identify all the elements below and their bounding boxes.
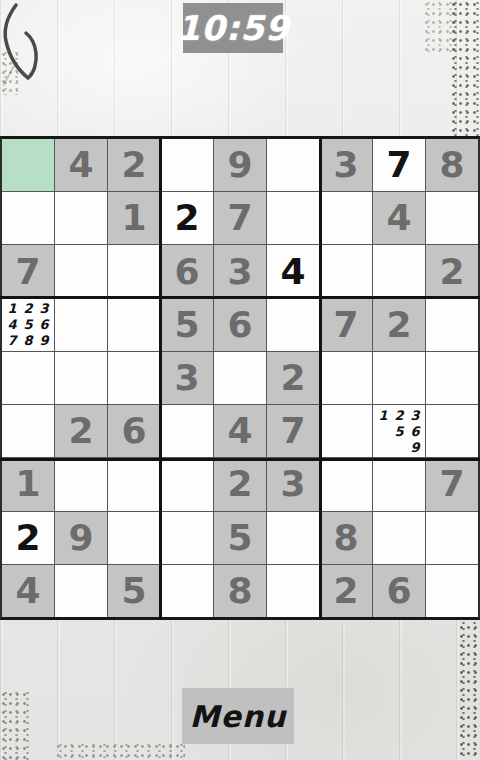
cell-r3c7[interactable]	[320, 245, 372, 297]
cell-r8c3[interactable]	[108, 512, 160, 564]
cell-r3c5[interactable]: 3	[214, 245, 266, 297]
pencil-mark-2: 2	[391, 407, 407, 423]
cell-r9c4[interactable]	[161, 565, 213, 617]
pencil-mark-4: 4	[4, 317, 20, 333]
pencil-mark-7	[375, 439, 391, 455]
cell-r7c7[interactable]	[320, 458, 372, 510]
cell-r3c9[interactable]: 2	[426, 245, 478, 297]
cell-r2c4[interactable]: 2	[161, 192, 213, 244]
cell-r9c6[interactable]	[267, 565, 319, 617]
cell-r2c9[interactable]	[426, 192, 478, 244]
grunge-texture	[450, 0, 480, 150]
cell-r9c9[interactable]	[426, 565, 478, 617]
cell-r6c1[interactable]	[2, 405, 54, 457]
pencil-mark-8: 8	[20, 333, 36, 349]
cell-r4c7[interactable]: 7	[320, 299, 372, 351]
cell-r7c6[interactable]: 3	[267, 458, 319, 510]
cell-r5c9[interactable]	[426, 352, 478, 404]
paperclip-icon	[0, 0, 60, 95]
cell-r6c9[interactable]	[426, 405, 478, 457]
cell-r7c2[interactable]	[55, 458, 107, 510]
cell-r3c8[interactable]	[373, 245, 425, 297]
cell-r7c3[interactable]	[108, 458, 160, 510]
cell-r2c8[interactable]: 4	[373, 192, 425, 244]
cell-r2c3[interactable]: 1	[108, 192, 160, 244]
pencil-mark-9: 9	[407, 439, 423, 455]
cell-r4c3[interactable]	[108, 299, 160, 351]
cell-r9c1[interactable]: 4	[2, 565, 54, 617]
cell-r4c6[interactable]	[267, 299, 319, 351]
cell-r4c1[interactable]: 123456789	[2, 299, 54, 351]
timer-box: 10:59	[183, 3, 283, 53]
cell-r9c8[interactable]: 6	[373, 565, 425, 617]
pencil-mark-5: 5	[391, 423, 407, 439]
menu-button[interactable]: Menu	[182, 688, 294, 744]
cell-r5c5[interactable]	[214, 352, 266, 404]
cell-r4c9[interactable]	[426, 299, 478, 351]
cell-r8c9[interactable]	[426, 512, 478, 564]
cell-r4c2[interactable]	[55, 299, 107, 351]
pencil-mark-6: 6	[36, 317, 52, 333]
cell-r9c3[interactable]: 5	[108, 565, 160, 617]
cell-r8c1[interactable]: 2	[2, 512, 54, 564]
cell-r5c8[interactable]	[373, 352, 425, 404]
cell-r7c5[interactable]: 2	[214, 458, 266, 510]
cell-r7c1[interactable]: 1	[2, 458, 54, 510]
cell-r5c3[interactable]	[108, 352, 160, 404]
menu-button-label: Menu	[190, 699, 287, 734]
cell-r6c7[interactable]	[320, 405, 372, 457]
pencil-mark-1: 1	[4, 301, 20, 317]
pencil-mark-2: 2	[20, 301, 36, 317]
cell-r6c3[interactable]: 6	[108, 405, 160, 457]
timer-value: 10:59	[176, 8, 289, 48]
cell-r2c6[interactable]	[267, 192, 319, 244]
cell-r7c9[interactable]: 7	[426, 458, 478, 510]
cell-r2c1[interactable]	[2, 192, 54, 244]
cell-r8c4[interactable]	[161, 512, 213, 564]
cell-r3c6[interactable]: 4	[267, 245, 319, 297]
cell-r5c6[interactable]: 2	[267, 352, 319, 404]
pencil-mark-1: 1	[375, 407, 391, 423]
pencil-mark-9: 9	[36, 333, 52, 349]
cell-r6c6[interactable]: 7	[267, 405, 319, 457]
cell-r4c8[interactable]: 2	[373, 299, 425, 351]
pencil-marks: 123569	[375, 407, 423, 455]
cell-r6c2[interactable]: 2	[55, 405, 107, 457]
cell-r1c4[interactable]	[161, 139, 213, 191]
cell-r1c6[interactable]	[267, 139, 319, 191]
cell-r9c2[interactable]	[55, 565, 107, 617]
app-screen: 10:59 4293781274763421234567895672322647…	[0, 0, 480, 760]
pencil-mark-8	[391, 439, 407, 455]
pencil-marks: 123456789	[4, 301, 52, 349]
cell-r5c4[interactable]: 3	[161, 352, 213, 404]
cell-r8c7[interactable]: 8	[320, 512, 372, 564]
sudoku-cells: 4293781274763421234567895672322647123569…	[0, 136, 480, 620]
cell-r8c8[interactable]	[373, 512, 425, 564]
cell-r2c7[interactable]	[320, 192, 372, 244]
cell-r4c5[interactable]: 6	[214, 299, 266, 351]
sudoku-grid: 4293781274763421234567895672322647123569…	[0, 136, 480, 620]
cell-r6c8[interactable]: 123569	[373, 405, 425, 457]
pencil-mark-4	[375, 423, 391, 439]
cell-r5c7[interactable]	[320, 352, 372, 404]
cell-r1c8[interactable]: 7	[373, 139, 425, 191]
cell-r2c5[interactable]: 7	[214, 192, 266, 244]
cell-r1c9[interactable]: 8	[426, 139, 478, 191]
pencil-mark-3: 3	[407, 407, 423, 423]
cell-r1c2[interactable]: 4	[55, 139, 107, 191]
cell-r6c4[interactable]	[161, 405, 213, 457]
cell-r3c3[interactable]	[108, 245, 160, 297]
grunge-texture	[55, 742, 185, 760]
cell-r3c2[interactable]	[55, 245, 107, 297]
pencil-mark-6: 6	[407, 423, 423, 439]
cell-r9c7[interactable]: 2	[320, 565, 372, 617]
cell-r1c3[interactable]: 2	[108, 139, 160, 191]
cell-r4c4[interactable]: 5	[161, 299, 213, 351]
cell-r1c5[interactable]: 9	[214, 139, 266, 191]
cell-r1c7[interactable]: 3	[320, 139, 372, 191]
grunge-texture	[423, 0, 458, 55]
cell-r7c8[interactable]	[373, 458, 425, 510]
pencil-mark-5: 5	[20, 317, 36, 333]
grunge-texture	[0, 690, 30, 760]
pencil-mark-7: 7	[4, 333, 20, 349]
cell-r9c5[interactable]: 8	[214, 565, 266, 617]
cell-r8c5[interactable]: 5	[214, 512, 266, 564]
cell-r5c1[interactable]	[2, 352, 54, 404]
cell-r3c4[interactable]: 6	[161, 245, 213, 297]
cell-r2c2[interactable]	[55, 192, 107, 244]
cell-r6c5[interactable]: 4	[214, 405, 266, 457]
cell-r7c4[interactable]	[161, 458, 213, 510]
cell-r3c1[interactable]: 7	[2, 245, 54, 297]
cell-r8c6[interactable]	[267, 512, 319, 564]
cell-r1c1[interactable]	[2, 139, 54, 191]
cell-r5c2[interactable]	[55, 352, 107, 404]
pencil-mark-3: 3	[36, 301, 52, 317]
cell-r8c2[interactable]: 9	[55, 512, 107, 564]
